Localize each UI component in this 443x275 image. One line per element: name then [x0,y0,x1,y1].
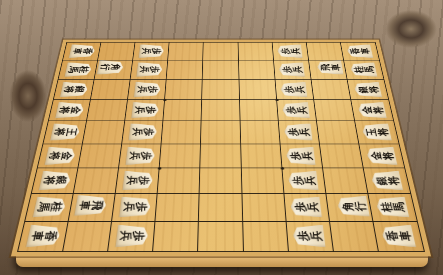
board-cell[interactable] [63,222,112,251]
board-cell[interactable] [202,80,239,100]
board-side-edge [16,251,428,267]
hoshi-dot [275,99,278,101]
board-cell[interactable] [199,194,243,222]
board-cell[interactable] [164,100,203,121]
board-cell[interactable]: 香 車 [63,43,101,61]
shogi-piece-lance[interactable]: 香 車 [25,225,61,248]
shogi-piece-pawn[interactable]: 歩 兵 [136,63,163,78]
hoshi-dot [280,167,284,170]
board-cell[interactable] [201,144,242,168]
board-cell[interactable]: 桂 馬 [368,194,417,222]
board-cell[interactable]: 香 車 [373,222,423,251]
board-cell[interactable] [203,43,238,61]
shogi-piece-gold[interactable]: 金 将 [44,147,76,165]
board-cell[interactable] [238,43,274,61]
board-cell[interactable]: 香 車 [341,43,379,61]
board-cell[interactable]: 歩 兵 [128,80,167,100]
shogi-piece-silver[interactable]: 銀 将 [370,171,403,191]
shogi-piece-pawn[interactable]: 歩 兵 [131,102,159,118]
board-cell[interactable] [200,168,242,194]
board-cell[interactable] [78,144,122,168]
board-cell[interactable]: 桂 馬 [58,61,98,80]
board-cell[interactable] [98,43,135,61]
board-cell[interactable] [240,121,280,144]
shogi-piece-lance[interactable]: 香 車 [68,44,95,58]
board-cell[interactable]: 歩 兵 [133,43,170,61]
shogi-piece-king-jeweled[interactable]: 玉 将 [361,124,392,141]
board-cell[interactable]: 歩 兵 [116,168,160,194]
board-cell[interactable] [198,222,243,251]
board-cell[interactable] [201,121,240,144]
board-cell[interactable]: 香 車 [18,222,68,251]
board-cell[interactable] [202,100,240,121]
shogi-piece-pawn[interactable]: 歩 兵 [133,82,161,97]
board-cell[interactable]: 歩 兵 [280,144,323,168]
board-cell[interactable] [330,222,379,251]
board-cell[interactable]: 金 将 [49,100,91,121]
board-cell[interactable] [165,80,203,100]
shogi-piece-pawn[interactable]: 歩 兵 [138,44,164,58]
board-cell[interactable]: 金 将 [38,144,83,168]
board-cell[interactable] [239,61,276,80]
board-cell[interactable]: 歩 兵 [284,194,330,222]
shogi-piece-pawn[interactable]: 歩 兵 [115,225,149,248]
shogi-piece-gold[interactable]: 金 将 [357,102,387,118]
board-cell[interactable] [241,168,284,194]
shogi-piece-gold[interactable]: 金 将 [54,102,84,118]
board-cell[interactable]: 歩 兵 [108,222,155,251]
board-cell[interactable]: 玉 将 [355,121,399,144]
board-cell[interactable] [160,144,201,168]
board-cell[interactable] [74,168,119,194]
board-cell[interactable]: 歩 兵 [286,222,333,251]
board-cell[interactable] [156,194,200,222]
shogi-piece-pawn[interactable]: 歩 兵 [290,197,323,218]
board-cell[interactable] [240,100,279,121]
shogi-piece-silver[interactable]: 銀 将 [38,171,71,191]
board-cell[interactable]: 歩 兵 [131,61,169,80]
shogi-piece-pawn[interactable]: 歩 兵 [118,197,151,218]
shogi-board: 香 車歩 兵歩 兵香 車桂 馬角 行歩 兵歩 兵飛 車桂 馬銀 将歩 兵歩 兵銀… [17,42,425,252]
shogi-piece-pawn[interactable]: 歩 兵 [122,171,153,191]
board-cell[interactable] [91,80,131,100]
shogi-piece-pawn[interactable]: 歩 兵 [282,102,310,118]
shogi-piece-bishop[interactable]: 角 行 [337,196,371,217]
board-cell[interactable]: 銀 将 [347,80,388,100]
shogi-piece-pawn[interactable]: 歩 兵 [125,147,155,165]
shogi-piece-pawn[interactable]: 歩 兵 [284,124,313,141]
board-cell[interactable]: 王 将 [43,121,87,144]
board-cell[interactable]: 桂 馬 [344,61,384,80]
shogi-piece-silver[interactable]: 銀 将 [59,82,88,97]
board-cell[interactable] [87,100,128,121]
shogi-piece-knight[interactable]: 桂 馬 [64,63,92,78]
board-cell[interactable] [242,194,286,222]
board-cell[interactable]: 歩 兵 [112,194,158,222]
shogi-piece-gold[interactable]: 金 将 [365,147,397,165]
shogi-piece-king[interactable]: 王 将 [49,124,80,141]
shogi-piece-knight[interactable]: 桂 馬 [32,197,67,218]
board-cell[interactable]: 歩 兵 [125,100,165,121]
board-cell[interactable]: 歩 兵 [282,168,326,194]
board-cell[interactable]: 歩 兵 [274,61,312,80]
board-cell[interactable]: 歩 兵 [119,144,162,168]
board-cell[interactable]: 銀 将 [32,168,79,194]
board-cell[interactable]: 角 行 [95,61,134,80]
board-cell[interactable]: 角 行 [326,194,373,222]
board-cell[interactable] [83,121,125,144]
board-cell[interactable]: 銀 将 [364,168,411,194]
shogi-piece-pawn[interactable]: 歩 兵 [292,225,326,248]
board-cell[interactable]: 金 将 [359,144,404,168]
board-cell[interactable]: 歩 兵 [277,100,317,121]
board-cell[interactable] [314,100,355,121]
shogi-piece-pawn[interactable]: 歩 兵 [286,147,316,165]
board-cell[interactable] [311,80,351,100]
board-cell[interactable] [162,121,202,144]
shogi-piece-rook[interactable]: 飛 車 [317,60,345,74]
board-cell[interactable]: 歩 兵 [278,121,319,144]
board-grid: 香 車歩 兵歩 兵香 車桂 馬角 行歩 兵歩 兵飛 車桂 馬銀 将歩 兵歩 兵銀… [17,42,425,252]
board-cell[interactable]: 歩 兵 [122,121,163,144]
shogi-piece-silver[interactable]: 銀 将 [353,82,382,97]
shogi-piece-lance[interactable]: 香 車 [380,225,416,248]
board-cell[interactable] [203,61,239,80]
board-cell[interactable]: 桂 馬 [25,194,74,222]
board-cell[interactable]: 歩 兵 [272,43,309,61]
board-cell[interactable] [320,144,364,168]
board-cell[interactable] [158,168,201,194]
board-cell[interactable]: 金 将 [351,100,393,121]
shogi-piece-bishop[interactable]: 角 行 [96,60,124,74]
board-cell[interactable] [243,222,289,251]
board-cell[interactable] [239,80,277,100]
shogi-piece-pawn[interactable]: 歩 兵 [279,63,306,78]
board-cell[interactable]: 歩 兵 [275,80,314,100]
board-cell[interactable]: 飛 車 [309,61,348,80]
board-cell[interactable]: 銀 将 [54,80,95,100]
shogi-piece-pawn[interactable]: 歩 兵 [280,82,308,97]
shogi-piece-rook[interactable]: 飛 車 [74,195,108,216]
shogi-piece-pawn[interactable]: 歩 兵 [277,44,303,58]
shogi-board-photo: 香 車歩 兵歩 兵香 車桂 馬角 行歩 兵歩 兵飛 車桂 馬銀 将歩 兵歩 兵銀… [0,0,443,275]
board-cell[interactable] [153,222,199,251]
shogi-piece-pawn[interactable]: 歩 兵 [288,171,319,191]
shogi-piece-pawn[interactable]: 歩 兵 [128,124,157,141]
board-cell[interactable] [241,144,282,168]
shogi-piece-knight[interactable]: 桂 馬 [349,63,377,78]
board-cell[interactable] [317,121,359,144]
board-cell[interactable] [167,61,204,80]
board-cell[interactable] [323,168,368,194]
board-cell[interactable] [306,43,343,61]
shogi-piece-knight[interactable]: 桂 馬 [375,197,410,218]
board-cell[interactable]: 飛 車 [69,194,116,222]
board-cell[interactable] [168,43,204,61]
shogi-piece-lance[interactable]: 香 車 [346,44,373,58]
